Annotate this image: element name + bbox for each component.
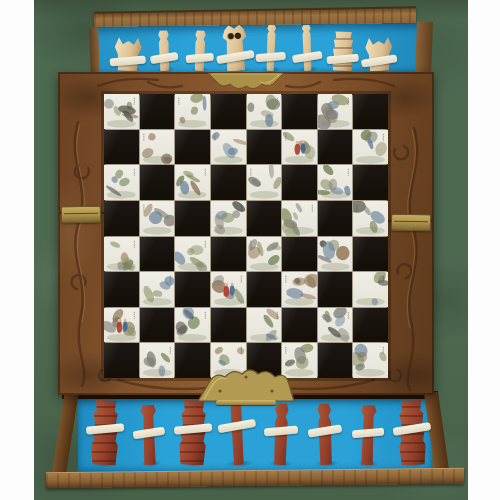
elastic-strap (352, 428, 385, 439)
square-e5[interactable] (247, 201, 282, 236)
ivory-piece-1[interactable] (113, 37, 142, 72)
square-d4[interactable] (211, 237, 246, 272)
square-d8[interactable] (211, 94, 246, 129)
elastic-strap (263, 426, 298, 437)
square-f5[interactable] (282, 201, 317, 236)
square-b4[interactable] (140, 237, 175, 272)
square-c3[interactable] (175, 272, 210, 307)
square-c5[interactable] (175, 201, 210, 236)
square-b1[interactable] (140, 343, 175, 378)
square-c8[interactable] (175, 94, 210, 129)
red-piece-7[interactable] (355, 405, 381, 466)
square-f4[interactable] (282, 237, 317, 272)
elastic-strap (86, 423, 125, 434)
square-h1[interactable] (353, 343, 388, 378)
top-tray-right-wall (415, 22, 433, 75)
square-a7[interactable] (104, 130, 139, 165)
ivory-piece-2[interactable] (153, 29, 174, 72)
square-e4[interactable] (247, 237, 282, 272)
square-g4[interactable] (318, 237, 353, 272)
square-f7[interactable] (282, 130, 317, 165)
bail-handle[interactable] (216, 400, 276, 405)
square-h7[interactable] (353, 130, 388, 165)
square-d7[interactable] (211, 130, 246, 165)
square-c2[interactable] (175, 308, 210, 343)
green-felt-background (34, 0, 468, 500)
square-h8[interactable] (353, 94, 388, 129)
square-e8[interactable] (247, 94, 282, 129)
square-f2[interactable] (282, 308, 317, 343)
square-f8[interactable] (282, 94, 317, 129)
square-d3[interactable] (211, 272, 246, 307)
fan-brass-backplate (196, 369, 296, 403)
top-brass-plaque (208, 73, 284, 93)
drawer-left-wall (51, 391, 78, 478)
square-c4[interactable] (175, 237, 210, 272)
square-a4[interactable] (104, 237, 139, 272)
square-a8[interactable] (104, 94, 139, 129)
carved-piece-body (330, 31, 355, 72)
chess-board (104, 94, 388, 378)
square-e2[interactable] (247, 308, 282, 343)
square-d5[interactable] (211, 201, 246, 236)
square-h5[interactable] (353, 201, 388, 236)
square-c7[interactable] (175, 130, 210, 165)
square-g6[interactable] (318, 165, 353, 200)
elastic-strap (326, 54, 359, 65)
square-h2[interactable] (353, 308, 388, 343)
red-piece-6[interactable] (310, 401, 338, 466)
square-a3[interactable] (104, 272, 139, 307)
square-b3[interactable] (140, 272, 175, 307)
square-g5[interactable] (318, 201, 353, 236)
ivory-piece-6[interactable] (295, 25, 319, 72)
square-g2[interactable] (318, 308, 353, 343)
ivory-piece-4[interactable] (219, 24, 251, 72)
red-piece-1[interactable] (89, 398, 121, 465)
ivory-piece-3[interactable] (189, 29, 210, 72)
square-a2[interactable] (104, 308, 139, 343)
photo-mat (0, 0, 500, 500)
carved-grooves (330, 31, 355, 72)
square-b5[interactable] (140, 201, 175, 236)
square-g3[interactable] (318, 272, 353, 307)
top-tray-left-wall (89, 28, 100, 74)
ivory-piece-8[interactable] (364, 37, 393, 72)
square-d6[interactable] (211, 165, 246, 200)
right-hinge (391, 214, 431, 232)
drawer-front-rail[interactable] (46, 468, 464, 488)
red-piece-2[interactable] (136, 405, 162, 466)
square-h6[interactable] (353, 165, 388, 200)
square-a6[interactable] (104, 165, 139, 200)
square-g1[interactable] (318, 343, 353, 378)
ivory-piece-7[interactable] (330, 31, 355, 72)
square-b7[interactable] (140, 130, 175, 165)
square-e6[interactable] (247, 165, 282, 200)
square-e7[interactable] (247, 130, 282, 165)
square-h3[interactable] (353, 272, 388, 307)
square-e3[interactable] (247, 272, 282, 307)
square-d2[interactable] (211, 308, 246, 343)
square-b8[interactable] (140, 94, 175, 129)
square-g8[interactable] (318, 94, 353, 129)
elastic-strap (185, 53, 214, 63)
square-f6[interactable] (282, 165, 317, 200)
ivory-piece-5[interactable] (259, 25, 283, 72)
drawer-pull[interactable] (196, 369, 296, 411)
square-g7[interactable] (318, 130, 353, 165)
red-piece-8[interactable] (396, 398, 428, 465)
carved-face-eyes (226, 32, 243, 40)
square-a5[interactable] (104, 201, 139, 236)
square-a1[interactable] (104, 343, 139, 378)
left-hinge (61, 206, 101, 224)
square-b2[interactable] (140, 308, 175, 343)
square-h4[interactable] (353, 237, 388, 272)
square-f3[interactable] (282, 272, 317, 307)
square-c6[interactable] (175, 165, 210, 200)
square-b6[interactable] (140, 165, 175, 200)
carved-board-frame (58, 72, 434, 395)
elastic-strap (174, 423, 213, 434)
elastic-strap (256, 52, 287, 63)
